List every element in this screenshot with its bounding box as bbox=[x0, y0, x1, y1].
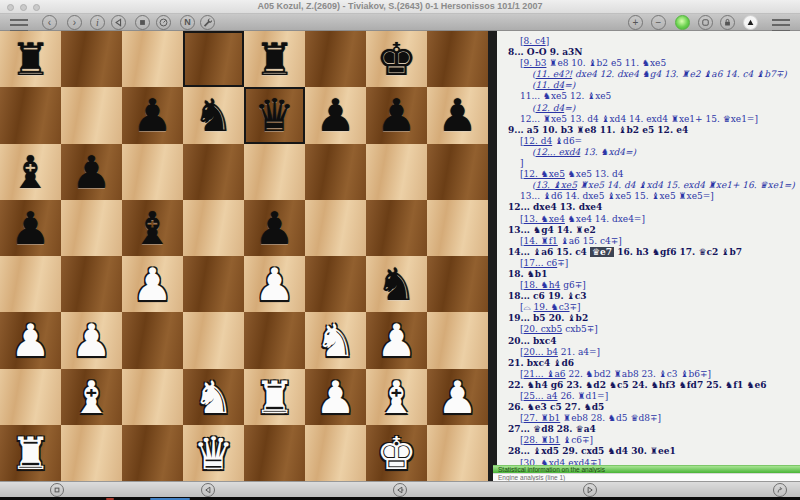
notation-line-17[interactable]: 13... ♞g4 14. ♜e2 bbox=[497, 225, 800, 236]
square-f6[interactable] bbox=[305, 144, 366, 200]
square-g6[interactable] bbox=[366, 144, 427, 200]
square-d7[interactable]: ♞ bbox=[183, 87, 244, 143]
black-king-g8: ♚ bbox=[366, 31, 427, 87]
notation-line-6[interactable]: (12. d4=) bbox=[497, 103, 800, 114]
square-e8[interactable]: ♜ bbox=[244, 31, 305, 87]
notation-line-33[interactable]: 26. ♞e3 c5 27. ♞d5 bbox=[497, 402, 800, 413]
square-d8[interactable] bbox=[183, 31, 244, 87]
square-d3[interactable] bbox=[183, 312, 244, 368]
square-d6[interactable] bbox=[183, 144, 244, 200]
square-a2[interactable] bbox=[0, 369, 61, 425]
white-rook-e2: ♜ bbox=[244, 369, 305, 425]
square-b8[interactable] bbox=[61, 31, 122, 87]
black-bishop-a6: ♝ bbox=[0, 144, 61, 200]
square-e4[interactable]: ♟ bbox=[244, 256, 305, 312]
black-bishop-c5: ♝ bbox=[122, 200, 183, 256]
notation-line-13[interactable]: (13. ♝xe5 ♜xe5 14. d4 ♝xd4 15. exd4 ♜xe1… bbox=[497, 180, 800, 191]
square-e1[interactable] bbox=[244, 425, 305, 481]
square-b2[interactable]: ♝ bbox=[61, 369, 122, 425]
black-pawn-h7: ♟ bbox=[427, 87, 488, 143]
square-g7[interactable]: ♟ bbox=[366, 87, 427, 143]
step-back-icon[interactable] bbox=[201, 483, 215, 497]
notation-line-14[interactable]: 13... ♝d6 14. dxe5 ♝xe5 15. ♝xe5 ♜xe5=] bbox=[497, 191, 800, 202]
notation-line-9[interactable]: [12. d4 ♝d6= bbox=[497, 136, 800, 147]
square-a6[interactable]: ♝ bbox=[0, 144, 61, 200]
top-toolbar: ‹ › i N + − bbox=[0, 14, 800, 31]
notation-line-27[interactable]: 20... bxc4 bbox=[497, 336, 800, 347]
white-bishop-g2: ♝ bbox=[366, 369, 427, 425]
black-knight-d7: ♞ bbox=[183, 87, 244, 143]
square-h5[interactable] bbox=[427, 200, 488, 256]
white-pawn-c4: ♟ bbox=[122, 256, 183, 312]
close-window-button[interactable] bbox=[7, 4, 14, 11]
play-icon[interactable] bbox=[583, 483, 597, 497]
clock-icon[interactable] bbox=[156, 15, 171, 30]
white-pawn-h2: ♟ bbox=[427, 369, 488, 425]
square-d5[interactable] bbox=[183, 200, 244, 256]
square-b6[interactable]: ♟ bbox=[61, 144, 122, 200]
novelty-icon[interactable]: N bbox=[180, 15, 195, 30]
white-pawn-g3: ♟ bbox=[366, 312, 427, 368]
square-h1[interactable] bbox=[427, 425, 488, 481]
notation-line-23[interactable]: 18... c6 19. ♝c3 bbox=[497, 291, 800, 302]
square-e2[interactable]: ♜ bbox=[244, 369, 305, 425]
title-bar: A05 Kozul, Z.(2609) - Tiviakov, S.(2643)… bbox=[0, 0, 800, 14]
square-e7[interactable]: ♛ bbox=[244, 87, 305, 143]
dock-sliver-red bbox=[106, 498, 114, 500]
square-d4[interactable] bbox=[183, 256, 244, 312]
layout-icon[interactable] bbox=[698, 15, 713, 30]
zoom-out-icon[interactable]: − bbox=[651, 15, 666, 30]
square-g8[interactable]: ♚ bbox=[366, 31, 427, 87]
window-title: A05 Kozul, Z.(2609) - Tiviakov, S.(2643)… bbox=[0, 0, 800, 13]
white-knight-d2: ♞ bbox=[183, 369, 244, 425]
statistics-bar[interactable]: Statistical information on the analysis bbox=[493, 465, 800, 473]
square-h7[interactable]: ♟ bbox=[427, 87, 488, 143]
square-c3[interactable] bbox=[122, 312, 183, 368]
white-pawn-b3: ♟ bbox=[61, 312, 122, 368]
zoom-in-icon[interactable]: + bbox=[628, 15, 643, 30]
chess-board[interactable]: ♜♜♚♟♞♛♟♟♟♝♟♟♝♟♟♟♞♟♟♞♟♝♞♜♟♝♟♜♛♚ bbox=[0, 31, 488, 481]
square-f7[interactable]: ♟ bbox=[305, 87, 366, 143]
pointer-icon[interactable] bbox=[743, 15, 758, 30]
notation-line-1[interactable]: 8... O-O 9. a3N bbox=[497, 47, 800, 58]
notation-line-31[interactable]: 22. ♞h4 g6 23. ♞d2 ♞c5 24. ♞hf3 ♞fd7 25.… bbox=[497, 380, 800, 391]
notation-line-18[interactable]: [14. ♜f1 ♝a6 15. c4∓] bbox=[497, 236, 800, 247]
notation-line-21[interactable]: 18. ♞b1 bbox=[497, 269, 800, 280]
square-b7[interactable] bbox=[61, 87, 122, 143]
white-pawn-e4: ♟ bbox=[244, 256, 305, 312]
square-f1[interactable] bbox=[305, 425, 366, 481]
notation-line-8[interactable]: 9... a5 10. b3 ♜e8 11. ♝b2 e5 12. e4 bbox=[497, 125, 800, 136]
notation-line-26[interactable]: [20. cxb5 cxb5∓] bbox=[497, 324, 800, 335]
wrench-icon[interactable] bbox=[200, 15, 215, 30]
black-rook-a8: ♜ bbox=[0, 31, 61, 87]
white-pawn-a3: ♟ bbox=[0, 312, 61, 368]
square-h8[interactable] bbox=[427, 31, 488, 87]
notation-line-35[interactable]: 27... ♛d8 28. ♛a4 bbox=[497, 424, 800, 435]
black-pawn-g7: ♟ bbox=[366, 87, 427, 143]
square-b4[interactable] bbox=[61, 256, 122, 312]
square-a8[interactable]: ♜ bbox=[0, 31, 61, 87]
square-c6[interactable] bbox=[122, 144, 183, 200]
notation-line-7[interactable]: 12... ♜xe5 13. d4 ♝xd4 14. exd4 ♜xe1+ 15… bbox=[497, 114, 800, 125]
square-h6[interactable] bbox=[427, 144, 488, 200]
square-b3[interactable]: ♟ bbox=[61, 312, 122, 368]
square-f2[interactable]: ♟ bbox=[305, 369, 366, 425]
square-a5[interactable]: ♟ bbox=[0, 200, 61, 256]
square-e5[interactable]: ♟ bbox=[244, 200, 305, 256]
bottom-toolbar bbox=[0, 481, 800, 497]
dock-sliver-blue bbox=[150, 498, 190, 500]
notation-line-36[interactable]: [28. ♜b1 ♝c6∓] bbox=[497, 435, 800, 446]
square-f4[interactable] bbox=[305, 256, 366, 312]
square-e3[interactable] bbox=[244, 312, 305, 368]
notation-line-29[interactable]: 21. bxc4 ♝d6 bbox=[497, 358, 800, 369]
play-back-icon[interactable] bbox=[111, 15, 126, 30]
jump-back-icon[interactable] bbox=[393, 483, 407, 497]
square-d2[interactable]: ♞ bbox=[183, 369, 244, 425]
back-icon[interactable]: ‹ bbox=[42, 15, 57, 30]
square-f5[interactable] bbox=[305, 200, 366, 256]
notation-line-24[interactable]: [⌓ 19. ♞c3∓] bbox=[497, 302, 800, 313]
black-queen-e7: ♛ bbox=[244, 87, 305, 143]
square-h3[interactable] bbox=[427, 312, 488, 368]
black-pawn-f7: ♟ bbox=[305, 87, 366, 143]
square-a4[interactable] bbox=[0, 256, 61, 312]
notation-line-20[interactable]: [17... c6∓] bbox=[497, 258, 800, 269]
square-e6[interactable] bbox=[244, 144, 305, 200]
square-h4[interactable] bbox=[427, 256, 488, 312]
square-g2[interactable]: ♝ bbox=[366, 369, 427, 425]
square-a7[interactable] bbox=[0, 87, 61, 143]
notation-line-25[interactable]: 19... b5 20. ♝b2 bbox=[497, 313, 800, 324]
engine-status-icon[interactable] bbox=[675, 15, 690, 30]
notation-line-15[interactable]: 12... dxe4 13. dxe4 bbox=[497, 202, 800, 213]
black-rook-e8: ♜ bbox=[244, 31, 305, 87]
stop-icon[interactable] bbox=[135, 15, 150, 30]
square-f8[interactable] bbox=[305, 31, 366, 87]
notation-line-30[interactable]: [21... ♝a6 22. ♞bd2 ♜ab8 23. ♝c3 ♝b6∓] bbox=[497, 369, 800, 380]
notation-line-32[interactable]: [25... a4 26. ♜d1=] bbox=[497, 391, 800, 402]
white-bishop-b2: ♝ bbox=[61, 369, 122, 425]
square-c2[interactable] bbox=[122, 369, 183, 425]
notation-line-38[interactable]: [30. ♞xd4 exd4∓] bbox=[497, 458, 800, 465]
square-c1[interactable] bbox=[122, 425, 183, 481]
current-move[interactable]: ♛e7 bbox=[590, 247, 614, 257]
notation-line-3[interactable]: (11. e4?! dxe4 12. dxe4 ♞g4 13. ♜e2 ♝a6 … bbox=[497, 69, 800, 80]
notation-line-4[interactable]: (11. d4=) bbox=[497, 80, 800, 91]
square-g3[interactable]: ♟ bbox=[366, 312, 427, 368]
square-a1[interactable]: ♜ bbox=[0, 425, 61, 481]
minimize-window-button[interactable] bbox=[20, 4, 27, 11]
square-g1[interactable]: ♚ bbox=[366, 425, 427, 481]
engine-analysis-bar[interactable]: Engine analysis (line 1) bbox=[493, 473, 800, 481]
square-d1[interactable]: ♛ bbox=[183, 425, 244, 481]
square-c8[interactable] bbox=[122, 31, 183, 87]
white-knight-f3: ♞ bbox=[305, 312, 366, 368]
square-g4[interactable]: ♞ bbox=[366, 256, 427, 312]
square-g5[interactable] bbox=[366, 200, 427, 256]
square-c7[interactable]: ♟ bbox=[122, 87, 183, 143]
square-h2[interactable]: ♟ bbox=[427, 369, 488, 425]
stop-icon[interactable] bbox=[50, 483, 64, 497]
notation-line-12[interactable]: [12. ♞xe5 ♞xe5 13. d4 bbox=[497, 169, 800, 180]
black-pawn-e5: ♟ bbox=[244, 200, 305, 256]
square-f3[interactable]: ♞ bbox=[305, 312, 366, 368]
notation-line-34[interactable]: [27. ♜b1 ♜eb8 28. ♞d5 ♛d8∓] bbox=[497, 413, 800, 424]
forward-icon[interactable]: › bbox=[67, 15, 82, 30]
square-c5[interactable]: ♝ bbox=[122, 200, 183, 256]
window-controls[interactable] bbox=[7, 4, 40, 11]
black-knight-g4: ♞ bbox=[366, 256, 427, 312]
board-pane-divider bbox=[488, 31, 497, 481]
notation-line-10[interactable]: (12... exd4 13. ♞xd4=) bbox=[497, 147, 800, 158]
black-pawn-b6: ♟ bbox=[61, 144, 122, 200]
notation-line-16[interactable]: [13. ♞xe4 ♞xe4 14. dxe4=] bbox=[497, 214, 800, 225]
square-b5[interactable] bbox=[61, 200, 122, 256]
square-c4[interactable]: ♟ bbox=[122, 256, 183, 312]
black-pawn-c7: ♟ bbox=[122, 87, 183, 143]
white-rook-a1: ♜ bbox=[0, 425, 61, 481]
zoom-window-button[interactable] bbox=[33, 4, 40, 11]
notation-line-2[interactable]: [9. b3 ♜e8 10. ♝b2 e5 11. ♞xe5 bbox=[497, 58, 800, 69]
black-pawn-a5: ♟ bbox=[0, 200, 61, 256]
square-b1[interactable] bbox=[61, 425, 122, 481]
notation-line-5[interactable]: 11... ♞xe5 12. ♝xe5 bbox=[497, 91, 800, 102]
notation-line-11[interactable]: ] bbox=[497, 158, 800, 169]
notation-pane[interactable]: [8. c4]8... O-O 9. a3N[9. b3 ♜e8 10. ♝b2… bbox=[497, 31, 800, 465]
info-icon[interactable]: i bbox=[90, 15, 105, 30]
notation-line-0[interactable]: [8. c4] bbox=[497, 36, 800, 47]
engine-run-icon[interactable] bbox=[773, 483, 787, 497]
notation-line-22[interactable]: [18. ♞h4 g6∓] bbox=[497, 280, 800, 291]
square-a3[interactable]: ♟ bbox=[0, 312, 61, 368]
white-queen-d1: ♛ bbox=[183, 425, 244, 481]
lock-icon[interactable] bbox=[720, 15, 735, 30]
white-pawn-f2: ♟ bbox=[305, 369, 366, 425]
white-king-g1: ♚ bbox=[366, 425, 427, 481]
notation-line-28[interactable]: [20... b4 21. a4=] bbox=[497, 347, 800, 358]
notation-line-19[interactable]: 14... ♝a6 15. c4 ♛e7 16. h3 ♞gf6 17. ♛c2… bbox=[497, 247, 800, 258]
notation-line-37[interactable]: 28... ♝xd5 29. cxd5 ♞d4 30. ♜ee1 bbox=[497, 446, 800, 457]
